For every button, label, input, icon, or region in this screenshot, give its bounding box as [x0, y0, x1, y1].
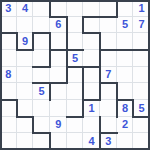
region-border-segment-v	[82, 66, 84, 118]
cell-r4c6[interactable]	[83, 50, 100, 67]
region-border-segment-v	[66, 32, 68, 67]
cell-r7c3[interactable]	[33, 100, 50, 117]
region-border-segment-v	[49, 82, 51, 101]
board-border-left	[0, 0, 2, 150]
given-digit: 1	[139, 3, 145, 14]
cell-r3c2[interactable]: 9	[17, 33, 34, 50]
region-border-segment-h	[99, 132, 118, 134]
cell-r8c3[interactable]	[33, 117, 50, 134]
cell-r1c7[interactable]	[100, 0, 117, 17]
cell-r1c3[interactable]	[33, 0, 50, 17]
given-digit: 6	[55, 19, 61, 30]
cell-r5c7[interactable]: 7	[100, 67, 117, 84]
cell-r6c2[interactable]	[17, 83, 34, 100]
cell-r1c6[interactable]	[83, 0, 100, 17]
cell-r1c2[interactable]: 4	[17, 0, 34, 17]
region-border-segment-v	[49, 0, 51, 18]
given-digit: 5	[72, 53, 78, 64]
cell-r6c8[interactable]	[117, 83, 134, 100]
given-digit: 3	[105, 136, 111, 147]
cell-r5c8[interactable]	[117, 67, 134, 84]
region-border-segment-v	[132, 99, 134, 118]
cell-r8c4[interactable]: 9	[50, 117, 67, 134]
cell-r6c6[interactable]	[83, 83, 100, 100]
region-border-segment-h	[99, 49, 150, 51]
cell-r3c5[interactable]	[67, 33, 84, 50]
cell-r6c5[interactable]	[67, 83, 84, 100]
cell-r7c7[interactable]	[100, 100, 117, 117]
board-border-top	[0, 0, 150, 2]
given-digit: 8	[122, 103, 128, 114]
cell-r8c8[interactable]: 2	[117, 117, 134, 134]
cell-r3c6[interactable]	[83, 33, 100, 50]
region-border-segment-v	[32, 116, 34, 135]
given-digit: 4	[22, 3, 28, 14]
cell-r8c1[interactable]	[0, 117, 17, 134]
cell-r8c2[interactable]	[17, 117, 34, 134]
cell-r4c3[interactable]	[33, 50, 50, 67]
cell-r7c1[interactable]	[0, 100, 17, 117]
given-digit: 3	[5, 3, 11, 14]
board-border-right	[148, 0, 150, 150]
region-border-segment-h	[82, 16, 117, 18]
given-digit: 5	[139, 103, 145, 114]
given-digit: 2	[122, 119, 128, 130]
cell-r7c5[interactable]	[67, 100, 84, 117]
cell-r3c1[interactable]	[0, 33, 17, 50]
cell-r6c1[interactable]	[0, 83, 17, 100]
region-border-segment-v	[99, 82, 101, 101]
cell-r4c4[interactable]	[50, 50, 67, 67]
cell-r7c8[interactable]: 8	[117, 100, 134, 117]
cell-r5c1[interactable]: 8	[0, 67, 17, 84]
region-border-segment-v	[49, 49, 51, 68]
region-border-segment-v	[116, 0, 118, 18]
cell-r2c4[interactable]: 6	[50, 17, 67, 34]
given-digit: 7	[105, 69, 111, 80]
cell-r2c8[interactable]: 5	[117, 17, 134, 34]
given-digit: 1	[89, 103, 95, 114]
given-digit: 8	[5, 69, 11, 80]
region-border-segment-v	[99, 32, 101, 84]
cell-r1c5[interactable]	[67, 0, 84, 17]
cell-r4c8[interactable]	[117, 50, 134, 67]
cell-r3c4[interactable]	[50, 33, 67, 50]
cell-r2c3[interactable]	[33, 17, 50, 34]
cell-r2c1[interactable]	[0, 17, 17, 34]
cell-r7c2[interactable]	[17, 100, 34, 117]
cell-r6c7[interactable]	[100, 83, 117, 100]
cell-r5c4[interactable]	[50, 67, 67, 84]
cell-r2c6[interactable]	[83, 17, 100, 34]
cell-r4c1[interactable]	[0, 50, 17, 67]
region-border-segment-v	[116, 82, 118, 117]
cell-r3c8[interactable]	[117, 33, 134, 50]
cell-r1c8[interactable]	[117, 0, 134, 17]
cell-r5c5[interactable]	[67, 67, 84, 84]
cell-r6c3[interactable]: 5	[33, 83, 50, 100]
cell-r6c4[interactable]	[50, 83, 67, 100]
cell-r8c7[interactable]	[100, 117, 117, 134]
given-digit: 7	[139, 19, 145, 30]
cell-r2c5[interactable]	[67, 17, 84, 34]
cell-r4c5[interactable]: 5	[67, 50, 84, 67]
cell-r5c6[interactable]	[83, 67, 100, 84]
given-digit: 4	[89, 136, 95, 147]
board-border-bottom	[0, 148, 150, 150]
region-border-segment-v	[16, 32, 18, 51]
given-digit: 9	[22, 36, 28, 47]
cell-r2c7[interactable]	[100, 17, 117, 34]
cell-r4c7[interactable]	[100, 50, 117, 67]
sudoku-board[interactable]: 341657958751859243	[0, 0, 150, 150]
cell-r5c2[interactable]	[17, 67, 34, 84]
cell-r8c6[interactable]	[83, 117, 100, 134]
cell-r3c3[interactable]	[33, 33, 50, 50]
given-digit: 5	[39, 86, 45, 97]
cell-r7c4[interactable]	[50, 100, 67, 117]
cell-r1c1[interactable]: 3	[0, 0, 17, 17]
cell-r8c5[interactable]	[67, 117, 84, 134]
cell-r1c4[interactable]	[50, 0, 67, 17]
region-border-segment-v	[66, 66, 68, 85]
cell-r3c7[interactable]	[100, 33, 117, 50]
cell-r4c2[interactable]	[17, 50, 34, 67]
region-border-segment-v	[16, 99, 18, 118]
given-digit: 5	[122, 19, 128, 30]
cell-r7c6[interactable]: 1	[83, 100, 100, 117]
region-border-segment-v	[32, 32, 34, 51]
given-digit: 9	[55, 119, 61, 130]
cell-r5c3[interactable]	[33, 67, 50, 84]
cell-r2c2[interactable]	[17, 17, 34, 34]
region-border-segment-v	[82, 16, 84, 35]
